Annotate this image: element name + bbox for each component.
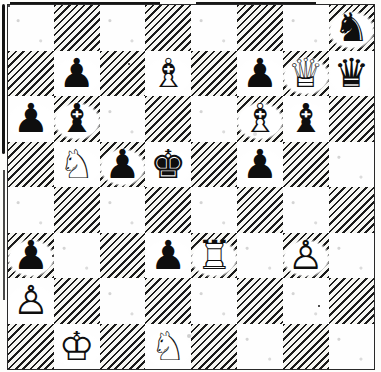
- square-e5[interactable]: [191, 142, 237, 188]
- piece-black-knight: ♞: [329, 5, 375, 50]
- square-d6[interactable]: [145, 96, 191, 142]
- piece-black-pawn: ♟: [237, 51, 283, 96]
- piece-black-king: ♚: [145, 142, 191, 187]
- piece-black-pawn: ♟: [8, 96, 54, 141]
- square-g5[interactable]: [283, 142, 329, 188]
- square-e3[interactable]: ♖: [191, 233, 237, 279]
- square-d5[interactable]: ♚: [145, 142, 191, 188]
- square-b3[interactable]: [54, 233, 100, 279]
- square-f5[interactable]: ♟: [237, 142, 283, 188]
- square-g4[interactable]: [283, 187, 329, 233]
- piece-white-queen: ♕: [283, 51, 329, 96]
- square-f4[interactable]: [237, 187, 283, 233]
- square-g2[interactable]: [283, 278, 329, 324]
- square-d8[interactable]: [145, 5, 191, 51]
- piece-white-rook: ♖: [191, 233, 237, 278]
- scan-border-fragment: [2, 4, 5, 154]
- piece-black-bishop: ♝: [54, 96, 100, 141]
- piece-white-bishop: ♗: [145, 51, 191, 96]
- piece-white-knight: ♘: [54, 142, 100, 187]
- scanned-diagram-page: ♞♟♗♟♕♛♟♝♗♝♘♟♚♟♟♟♖♙♙♔♘: [0, 0, 381, 372]
- square-a8[interactable]: [8, 5, 54, 51]
- piece-white-pawn: ♙: [8, 278, 54, 323]
- piece-white-knight: ♘: [145, 324, 191, 369]
- square-c3[interactable]: [100, 233, 146, 279]
- piece-black-pawn: ♟: [100, 142, 146, 187]
- square-b7[interactable]: ♟: [54, 51, 100, 97]
- square-b2[interactable]: [54, 278, 100, 324]
- square-h1[interactable]: [329, 324, 375, 370]
- square-e1[interactable]: [191, 324, 237, 370]
- square-h2[interactable]: [329, 278, 375, 324]
- piece-black-bishop: ♝: [283, 96, 329, 141]
- square-e4[interactable]: [191, 187, 237, 233]
- square-c6[interactable]: [100, 96, 146, 142]
- square-e6[interactable]: [191, 96, 237, 142]
- square-e7[interactable]: [191, 51, 237, 97]
- chess-board: ♞♟♗♟♕♛♟♝♗♝♘♟♚♟♟♟♖♙♙♔♘: [8, 5, 374, 369]
- piece-white-king: ♔: [54, 324, 100, 369]
- square-d2[interactable]: [145, 278, 191, 324]
- square-g6[interactable]: ♝: [283, 96, 329, 142]
- square-b4[interactable]: [54, 187, 100, 233]
- square-b5[interactable]: ♘: [54, 142, 100, 188]
- piece-black-pawn: ♟: [54, 51, 100, 96]
- square-c4[interactable]: [100, 187, 146, 233]
- square-c1[interactable]: [100, 324, 146, 370]
- square-e2[interactable]: [191, 278, 237, 324]
- square-a2[interactable]: ♙: [8, 278, 54, 324]
- square-b8[interactable]: [54, 5, 100, 51]
- piece-black-pawn: ♟: [237, 142, 283, 187]
- square-a3[interactable]: ♟: [8, 233, 54, 279]
- square-h4[interactable]: [329, 187, 375, 233]
- square-f8[interactable]: [237, 5, 283, 51]
- square-d1[interactable]: ♘: [145, 324, 191, 370]
- square-c7[interactable]: [100, 51, 146, 97]
- piece-black-pawn: ♟: [145, 233, 191, 278]
- square-f3[interactable]: [237, 233, 283, 279]
- square-d7[interactable]: ♗: [145, 51, 191, 97]
- square-d4[interactable]: [145, 187, 191, 233]
- piece-black-queen: ♛: [329, 51, 375, 96]
- square-h8[interactable]: ♞: [329, 5, 375, 51]
- square-h6[interactable]: [329, 96, 375, 142]
- piece-white-bishop: ♗: [237, 96, 283, 141]
- piece-black-pawn: ♟: [8, 233, 54, 278]
- square-g3[interactable]: ♙: [283, 233, 329, 279]
- square-f6[interactable]: ♗: [237, 96, 283, 142]
- square-g7[interactable]: ♕: [283, 51, 329, 97]
- square-b6[interactable]: ♝: [54, 96, 100, 142]
- square-a6[interactable]: ♟: [8, 96, 54, 142]
- square-h3[interactable]: [329, 233, 375, 279]
- scan-border-fragment: [3, 170, 5, 300]
- square-a1[interactable]: [8, 324, 54, 370]
- square-a7[interactable]: [8, 51, 54, 97]
- square-f2[interactable]: [237, 278, 283, 324]
- scan-speck: [8, 5, 10, 7]
- square-h5[interactable]: [329, 142, 375, 188]
- square-g1[interactable]: [283, 324, 329, 370]
- square-a4[interactable]: [8, 187, 54, 233]
- square-g8[interactable]: [283, 5, 329, 51]
- square-c8[interactable]: [100, 5, 146, 51]
- square-f7[interactable]: ♟: [237, 51, 283, 97]
- square-e8[interactable]: [191, 5, 237, 51]
- square-a5[interactable]: [8, 142, 54, 188]
- piece-white-pawn: ♙: [283, 233, 329, 278]
- square-c5[interactable]: ♟: [100, 142, 146, 188]
- square-f1[interactable]: [237, 324, 283, 370]
- square-c2[interactable]: [100, 278, 146, 324]
- square-b1[interactable]: ♔: [54, 324, 100, 370]
- square-h7[interactable]: ♛: [329, 51, 375, 97]
- square-d3[interactable]: ♟: [145, 233, 191, 279]
